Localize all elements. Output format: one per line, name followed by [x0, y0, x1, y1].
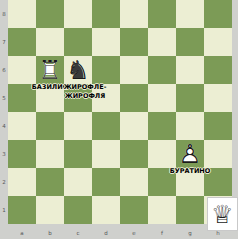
- square-b7[interactable]: [36, 28, 64, 56]
- square-b2[interactable]: [36, 168, 64, 196]
- rank-label-8: 8: [0, 0, 8, 28]
- rank-label-7: 7: [0, 28, 8, 56]
- rank-label-3: 3: [0, 140, 8, 168]
- square-d2[interactable]: [92, 168, 120, 196]
- square-a8[interactable]: [8, 0, 36, 28]
- file-label-b: b: [36, 228, 64, 238]
- chess-board: ♜♖БАЗИЛИО♞♘ЖИРОФЛЕ- ЖИРОФЛЯ♟♙БУРАТИНО: [8, 0, 232, 224]
- square-c7[interactable]: [64, 28, 92, 56]
- rank-label-4: 4: [0, 112, 8, 140]
- piece-name-label: БУРАТИНО: [170, 167, 211, 176]
- square-a3[interactable]: [8, 140, 36, 168]
- square-c8[interactable]: [64, 0, 92, 28]
- square-e3[interactable]: [120, 140, 148, 168]
- square-h6[interactable]: [204, 56, 232, 84]
- black-knight-c6[interactable]: ♞♘ЖИРОФЛЕ- ЖИРОФЛЯ: [64, 56, 92, 84]
- square-c2[interactable]: [64, 168, 92, 196]
- rank-label-5: 5: [0, 84, 8, 112]
- rank-label-6: 6: [0, 56, 8, 84]
- square-a4[interactable]: [8, 112, 36, 140]
- square-f7[interactable]: [148, 28, 176, 56]
- square-c3[interactable]: [64, 140, 92, 168]
- square-f6[interactable]: [148, 56, 176, 84]
- square-c4[interactable]: [64, 112, 92, 140]
- file-label-e: e: [120, 228, 148, 238]
- square-g7[interactable]: [176, 28, 204, 56]
- square-b8[interactable]: [36, 0, 64, 28]
- piece-glyph-outline: ♖: [36, 56, 64, 84]
- white-pawn-g3[interactable]: ♟♙БУРАТИНО: [176, 140, 204, 168]
- white-rook-b6[interactable]: ♜♖БАЗИЛИО: [36, 56, 64, 84]
- square-a1[interactable]: [8, 196, 36, 224]
- square-f3[interactable]: [148, 140, 176, 168]
- square-a6[interactable]: [8, 56, 36, 84]
- square-h4[interactable]: [204, 112, 232, 140]
- rank-label-1: 1: [0, 196, 8, 224]
- square-e8[interactable]: [120, 0, 148, 28]
- file-label-a: a: [8, 228, 36, 238]
- square-f8[interactable]: [148, 0, 176, 28]
- file-label-g: g: [176, 228, 204, 238]
- promotion-queen-box[interactable]: ♛♕: [207, 197, 238, 231]
- square-d7[interactable]: [92, 28, 120, 56]
- square-c1[interactable]: [64, 196, 92, 224]
- square-f5[interactable]: [148, 84, 176, 112]
- square-h3[interactable]: [204, 140, 232, 168]
- square-e2[interactable]: [120, 168, 148, 196]
- file-label-c: c: [64, 228, 92, 238]
- square-h7[interactable]: [204, 28, 232, 56]
- file-label-f: f: [148, 228, 176, 238]
- square-f4[interactable]: [148, 112, 176, 140]
- square-d1[interactable]: [92, 196, 120, 224]
- square-d3[interactable]: [92, 140, 120, 168]
- square-g1[interactable]: [176, 196, 204, 224]
- square-b4[interactable]: [36, 112, 64, 140]
- square-a2[interactable]: [8, 168, 36, 196]
- square-a7[interactable]: [8, 28, 36, 56]
- square-e1[interactable]: [120, 196, 148, 224]
- square-d6[interactable]: [92, 56, 120, 84]
- piece-glyph-outline: ♙: [176, 140, 204, 168]
- square-b3[interactable]: [36, 140, 64, 168]
- square-h8[interactable]: [204, 0, 232, 28]
- square-g4[interactable]: [176, 112, 204, 140]
- square-e6[interactable]: [120, 56, 148, 84]
- square-g6[interactable]: [176, 56, 204, 84]
- chess-app: ♜♖БАЗИЛИО♞♘ЖИРОФЛЕ- ЖИРОФЛЯ♟♙БУРАТИНО 87…: [0, 0, 238, 239]
- file-label-d: d: [92, 228, 120, 238]
- piece-glyph-outline: ♘: [64, 56, 92, 84]
- square-d8[interactable]: [92, 0, 120, 28]
- square-d4[interactable]: [92, 112, 120, 140]
- square-g5[interactable]: [176, 84, 204, 112]
- square-b1[interactable]: [36, 196, 64, 224]
- piece-glyph-outline: ♕: [208, 200, 237, 230]
- square-e7[interactable]: [120, 28, 148, 56]
- square-f1[interactable]: [148, 196, 176, 224]
- piece-name-label: ЖИРОФЛЕ- ЖИРОФЛЯ: [64, 83, 107, 101]
- square-e4[interactable]: [120, 112, 148, 140]
- rank-label-2: 2: [0, 168, 8, 196]
- square-h5[interactable]: [204, 84, 232, 112]
- square-e5[interactable]: [120, 84, 148, 112]
- square-g8[interactable]: [176, 0, 204, 28]
